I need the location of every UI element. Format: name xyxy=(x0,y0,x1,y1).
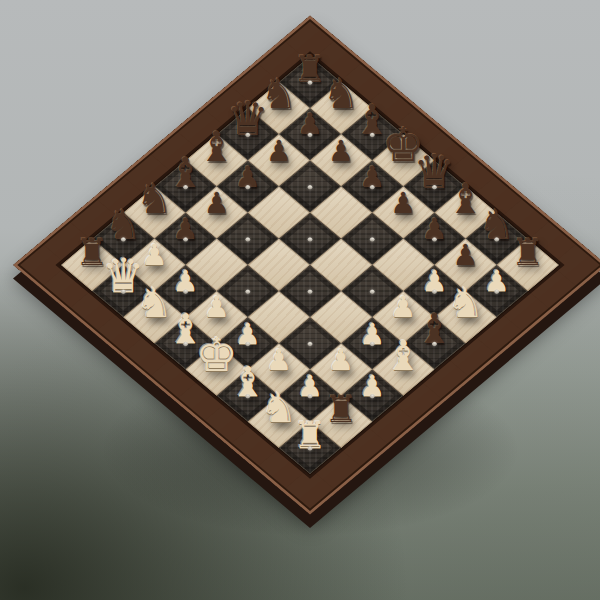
rook-icon: ♜ xyxy=(293,51,326,88)
photo-backdrop: ♜♞♝♚♛♝♞♜♞♟♟♟♟♟♟♟♛♟♟♞♝♟♟♝♝♟♟♝♞♟♟♟♞♟♟♟♟♟♟♜… xyxy=(0,0,600,600)
